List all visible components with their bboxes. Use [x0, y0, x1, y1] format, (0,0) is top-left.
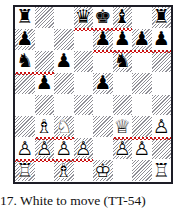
- square-c4: [54, 95, 74, 117]
- square-h2: [152, 138, 172, 160]
- square-f5: [113, 73, 133, 95]
- square-h6: [152, 51, 172, 73]
- piece-wP-g2: ♟♙: [132, 138, 152, 159]
- piece-wP-a2: ♟♙: [15, 138, 35, 159]
- spellcheck-squiggle-e7-h7: [93, 50, 171, 53]
- square-g7: ♟: [132, 29, 152, 51]
- spellcheck-squiggle-b3-c3: [35, 137, 74, 140]
- square-e5: ♟: [93, 73, 113, 95]
- piece-wP-b2: ♟♙: [35, 138, 55, 159]
- square-h5: [152, 73, 172, 95]
- piece-wP-h3: ♟♙: [152, 116, 172, 137]
- square-a7: ♟: [15, 29, 35, 51]
- square-f4: [113, 95, 133, 117]
- square-a4: [15, 95, 35, 117]
- square-b8: [35, 7, 55, 29]
- piece-wP-f2: ♟♙: [113, 138, 133, 159]
- spellcheck-squiggle-f3-h3: [113, 137, 172, 140]
- piece-bP-b5: ♟: [35, 73, 55, 94]
- square-a2: ♟♙: [15, 138, 35, 160]
- square-d8: ♛: [74, 7, 94, 29]
- square-c3: ♞♘: [54, 116, 74, 138]
- piece-bP-e7: ♟: [93, 29, 113, 50]
- piece-bB-f8: ♝: [113, 7, 133, 28]
- square-b4: [35, 95, 55, 117]
- square-c6: ♟: [54, 51, 74, 73]
- square-h1: ♜♖: [152, 160, 172, 182]
- piece-bP-f7: ♟: [113, 29, 133, 50]
- square-h7: ♟: [152, 29, 172, 51]
- square-e4: [93, 95, 113, 117]
- square-g1: [132, 160, 152, 182]
- square-c5: [54, 73, 74, 95]
- square-c7: [54, 29, 74, 51]
- square-a1: ♜♖: [15, 160, 35, 182]
- square-b1: [35, 160, 55, 182]
- piece-bR-a8: ♜: [15, 7, 35, 28]
- square-c8: [54, 7, 74, 29]
- square-a8: ♜: [15, 7, 35, 29]
- square-d6: [74, 51, 94, 73]
- piece-wP-c2: ♟♙: [54, 138, 74, 159]
- square-f8: ♝: [113, 7, 133, 29]
- square-g2: ♟♙: [132, 138, 152, 160]
- piece-wR-h1: ♜♖: [152, 160, 172, 181]
- square-g4: [132, 95, 152, 117]
- square-a3: [15, 116, 35, 138]
- square-g3: [132, 116, 152, 138]
- square-b3: ♝♗: [35, 116, 55, 138]
- square-e7: ♟: [93, 29, 113, 51]
- piece-bP-a7: ♟: [15, 29, 35, 50]
- square-h4: [152, 95, 172, 117]
- piece-bP-h7: ♟: [152, 29, 172, 50]
- piece-bP-c6: ♟: [54, 51, 74, 72]
- square-d4: [74, 95, 94, 117]
- square-e2: [93, 138, 113, 160]
- square-h3: ♟♙: [152, 116, 172, 138]
- square-d3: [74, 116, 94, 138]
- chess-board: ♜♛♚♝♜♟♟♟♟♟♞♟♞♟♟♝♗♞♘♛♕♟♙♟♙♟♙♟♙♟♙♟♙♟♙♜♖♝♗♚…: [13, 5, 173, 184]
- square-d1: [74, 160, 94, 182]
- square-b6: [35, 51, 55, 73]
- square-e3: [93, 116, 113, 138]
- piece-bQ-d8: ♛: [74, 7, 94, 28]
- square-d5: [74, 73, 94, 95]
- piece-bP-e5: ♟: [93, 73, 113, 94]
- diagram-caption: 17. White to move (TT-54): [0, 192, 174, 210]
- spellcheck-squiggle-a6-b6: [15, 72, 54, 75]
- piece-bK-e8: ♚: [93, 7, 113, 28]
- square-f1: [113, 160, 133, 182]
- piece-wB-b3: ♝♗: [35, 116, 55, 137]
- square-c1: ♝♗: [54, 160, 74, 182]
- square-b7: [35, 29, 55, 51]
- square-b2: ♟♙: [35, 138, 55, 160]
- piece-bN-a6: ♞: [15, 51, 35, 72]
- square-c2: ♟♙: [54, 138, 74, 160]
- piece-wQ-f3: ♛♕: [113, 116, 133, 137]
- square-g5: [132, 73, 152, 95]
- piece-bR-h8: ♜: [152, 7, 172, 28]
- square-a5: [15, 73, 35, 95]
- spellcheck-squiggle-d8-f8: [74, 28, 133, 31]
- square-a6: ♞: [15, 51, 35, 73]
- square-f6: ♞: [113, 51, 133, 73]
- square-h8: ♜: [152, 7, 172, 29]
- square-d7: [74, 29, 94, 51]
- square-e1: ♚♔: [93, 160, 113, 182]
- square-e8: ♚: [93, 7, 113, 29]
- square-b5: ♟: [35, 73, 55, 95]
- square-g6: [132, 51, 152, 73]
- piece-wR-a1: ♜♖: [15, 160, 35, 181]
- square-g8: [132, 7, 152, 29]
- piece-bP-g7: ♟: [132, 29, 152, 50]
- piece-wB-c1: ♝♗: [54, 160, 74, 181]
- square-d2: ♟♙: [74, 138, 94, 160]
- piece-wK-e1: ♚♔: [93, 160, 113, 181]
- piece-wN-c3: ♞♘: [54, 116, 74, 137]
- square-e6: [93, 51, 113, 73]
- piece-bN-f6: ♞: [113, 51, 133, 72]
- spellcheck-squiggle-a2-d2: [15, 159, 93, 162]
- square-f7: ♟: [113, 29, 133, 51]
- piece-wP-d2: ♟♙: [74, 138, 94, 159]
- square-f2: ♟♙: [113, 138, 133, 160]
- square-f3: ♛♕: [113, 116, 133, 138]
